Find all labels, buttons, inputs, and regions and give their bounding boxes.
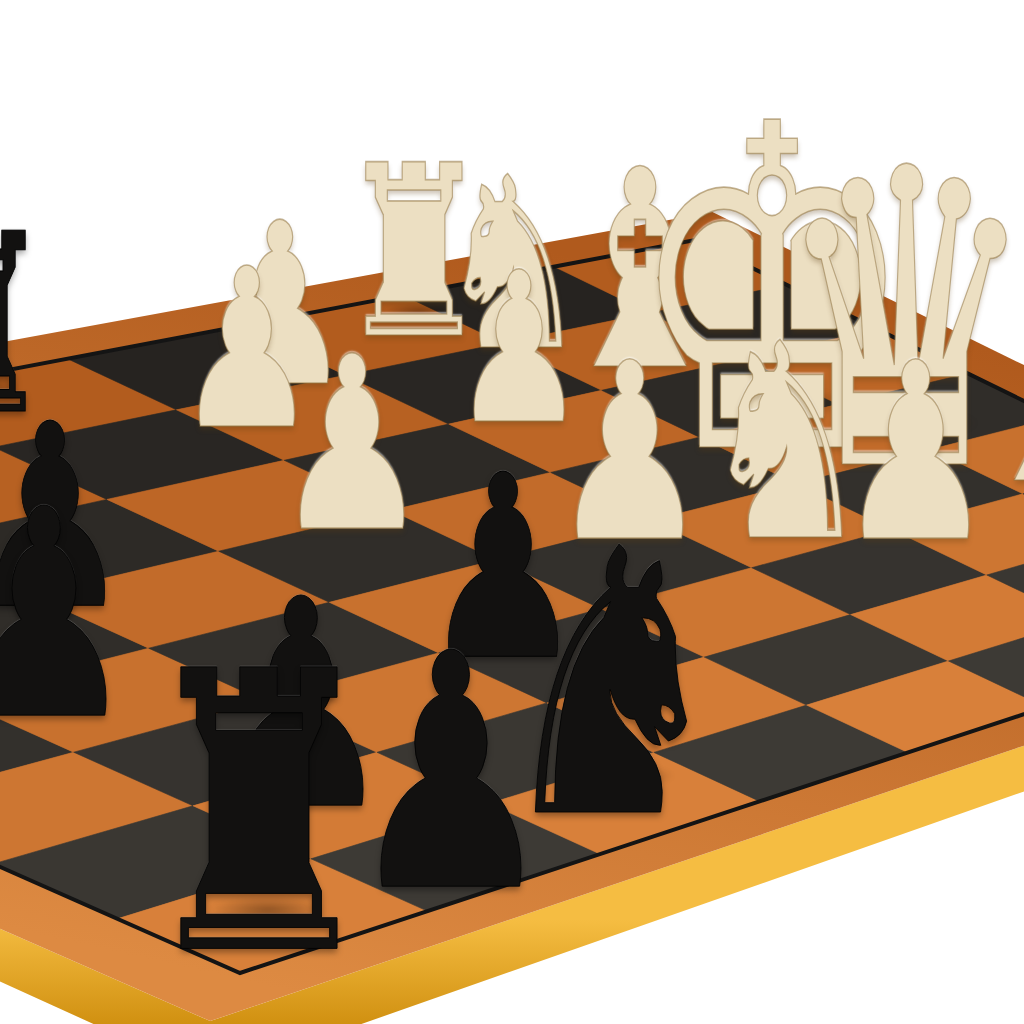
black-rook: ♜ (135, 622, 384, 1007)
product-photo-stage: ♜♞♝♟♜♟♟♚♛♝♟♞♟♟♟♟♟♞♟♟♜ (0, 0, 1024, 1024)
pieces-layer: ♜♞♝♟♜♟♟♚♛♝♟♞♟♟♟♟♟♞♟♟♜ (0, 0, 1024, 1024)
white-pawn: ♟ (837, 331, 995, 577)
black-pawn: ♟ (0, 472, 137, 760)
white-pawn: ♟ (274, 325, 429, 565)
